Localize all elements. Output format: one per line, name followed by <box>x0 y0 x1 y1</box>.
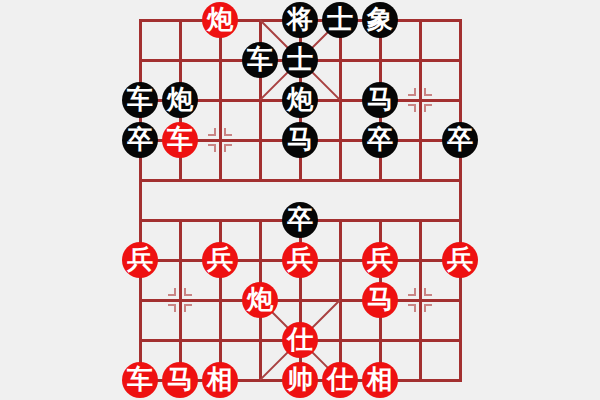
xiangqi-piece-grid: 炮将士象车士车炮炮马卒车马卒卒卒兵兵兵兵兵炮马仕车马相帅仕相 <box>120 0 480 400</box>
piece-red-cannon[interactable]: 炮 <box>202 2 238 38</box>
piece-black-cannon[interactable]: 炮 <box>162 82 198 118</box>
piece-red-advisor[interactable]: 仕 <box>322 362 358 398</box>
piece-black-cannon[interactable]: 炮 <box>282 82 318 118</box>
piece-red-cannon[interactable]: 炮 <box>242 282 278 318</box>
piece-black-horse[interactable]: 马 <box>362 82 398 118</box>
piece-black-advisor[interactable]: 士 <box>282 42 318 78</box>
piece-black-general[interactable]: 将 <box>282 2 318 38</box>
xiangqi-board-screenshot: 炮将士象车士车炮炮马卒车马卒卒卒兵兵兵兵兵炮马仕车马相帅仕相 <box>0 0 600 400</box>
piece-red-advisor[interactable]: 仕 <box>282 322 318 358</box>
piece-red-soldier[interactable]: 兵 <box>202 242 238 278</box>
piece-black-soldier[interactable]: 卒 <box>442 122 478 158</box>
piece-red-horse[interactable]: 马 <box>162 362 198 398</box>
piece-black-elephant[interactable]: 象 <box>362 2 398 38</box>
piece-black-chariot[interactable]: 车 <box>122 82 158 118</box>
piece-black-horse[interactable]: 马 <box>282 122 318 158</box>
piece-red-soldier[interactable]: 兵 <box>122 242 158 278</box>
piece-black-chariot[interactable]: 车 <box>242 42 278 78</box>
piece-black-soldier[interactable]: 卒 <box>282 202 318 238</box>
piece-red-general[interactable]: 帅 <box>282 362 318 398</box>
piece-black-soldier[interactable]: 卒 <box>362 122 398 158</box>
piece-red-soldier[interactable]: 兵 <box>282 242 318 278</box>
piece-red-soldier[interactable]: 兵 <box>362 242 398 278</box>
piece-black-advisor[interactable]: 士 <box>322 2 358 38</box>
piece-red-chariot[interactable]: 车 <box>162 122 198 158</box>
piece-red-horse[interactable]: 马 <box>362 282 398 318</box>
piece-red-soldier[interactable]: 兵 <box>442 242 478 278</box>
piece-red-elephant[interactable]: 相 <box>202 362 238 398</box>
piece-black-soldier[interactable]: 卒 <box>122 122 158 158</box>
piece-red-chariot[interactable]: 车 <box>122 362 158 398</box>
piece-red-elephant[interactable]: 相 <box>362 362 398 398</box>
